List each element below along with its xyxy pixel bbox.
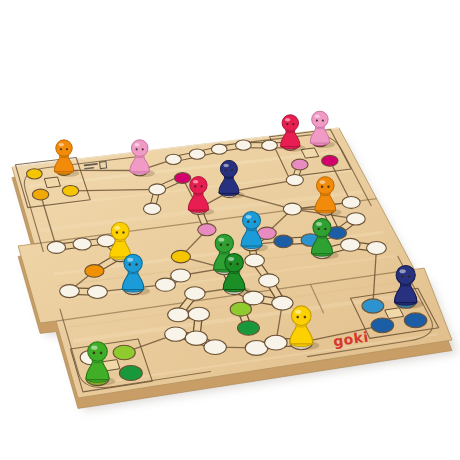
field-circle-bb7-white[interactable] [204, 340, 226, 355]
field-circle-bb6-darkgreen[interactable] [237, 321, 259, 335]
field-circle-l1-white[interactable] [47, 241, 65, 253]
field-circle-t2-white[interactable] [166, 154, 182, 164]
field-circle-cb19-white[interactable] [367, 242, 387, 255]
ludo-board-scene: goki [0, 0, 460, 460]
field-circle-m8-white[interactable] [342, 196, 360, 208]
field-circle-t5-white[interactable] [236, 140, 252, 150]
field-circle-cb10-white[interactable] [272, 296, 293, 310]
field-circle-y4-yellow[interactable] [62, 185, 78, 196]
board-photo-stage: goki [0, 0, 460, 460]
field-circle-m9-white[interactable] [347, 213, 366, 225]
field-circle-bb5-white[interactable] [185, 331, 207, 345]
field-circle-cb6-white[interactable] [185, 287, 205, 300]
field-circle-bb4-white[interactable] [165, 327, 187, 341]
field-circle-l5-orange[interactable] [85, 265, 104, 278]
pawn-orange-3[interactable] [54, 140, 79, 177]
field-circle-p3-pink[interactable] [292, 159, 308, 170]
field-circle-l7-white[interactable] [87, 285, 107, 298]
field-circle-m7-white[interactable] [283, 203, 301, 215]
field-circle-bb2-white[interactable] [188, 307, 209, 321]
field-circle-g4-darkgreen[interactable] [119, 366, 142, 381]
field-circle-cb8-white[interactable] [259, 274, 279, 287]
field-circle-bb3-lightgreen[interactable] [230, 302, 251, 316]
field-circle-m6-white[interactable] [286, 174, 303, 185]
field-circle-b1-blue[interactable] [362, 299, 384, 313]
field-circle-t6-white[interactable] [262, 140, 278, 150]
field-circle-bb9-white[interactable] [265, 335, 288, 350]
field-circle-cb7-white[interactable] [245, 254, 265, 267]
field-circle-p4-magenta[interactable] [322, 155, 338, 166]
field-circle-cb4-white[interactable] [155, 278, 175, 291]
field-circle-t4-white[interactable] [211, 144, 227, 154]
field-circle-b3-dkblue[interactable] [371, 318, 394, 333]
field-circle-m2-magenta[interactable] [174, 173, 190, 184]
field-circle-m1-white[interactable] [149, 184, 166, 195]
field-circle-t3-white[interactable] [189, 149, 205, 159]
field-circle-m4-white[interactable] [143, 203, 160, 214]
field-circle-b4-dkblue[interactable] [404, 313, 427, 328]
field-circle-y3-orange2[interactable] [32, 189, 48, 200]
field-circle-l2-white[interactable] [73, 238, 91, 250]
field-circle-cb13-pink[interactable] [198, 224, 216, 236]
field-circle-g2-lightgreen[interactable] [113, 345, 135, 360]
field-circle-y1-yellow[interactable] [27, 169, 43, 179]
field-circle-cb3-white[interactable] [171, 269, 191, 282]
yellow-home-center-square [44, 177, 60, 188]
field-circle-l6-white[interactable] [60, 285, 80, 298]
field-circle-bb1-white[interactable] [168, 308, 189, 322]
field-circle-cb1-yellow[interactable] [171, 250, 190, 263]
field-circle-cb18-white[interactable] [341, 238, 361, 251]
field-circle-cb14-dkblue[interactable] [274, 235, 293, 248]
